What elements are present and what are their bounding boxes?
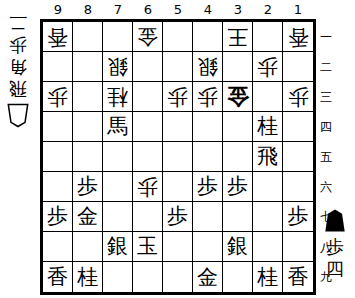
black-shogi-piece-icon: [324, 208, 346, 233]
board-cell-1九: 香: [283, 262, 313, 292]
board-cell-7五: [103, 142, 133, 172]
board-cell-1二: [283, 52, 313, 82]
board-cell-6一: 金: [133, 22, 163, 52]
file-label: 2: [253, 2, 283, 18]
file-label: 4: [193, 2, 223, 18]
board-cell-3八: 銀: [223, 232, 253, 262]
board-cell-3三: 金: [223, 82, 253, 112]
board-cell-9四: [43, 112, 73, 142]
hand-piece-char: 二: [9, 12, 27, 34]
board-cell-7三: 桂: [103, 82, 133, 112]
white-shogi-piece-icon: [7, 103, 29, 128]
shogi-piece-gote: 金: [137, 26, 158, 47]
board-cell-2九: 桂: [253, 262, 283, 292]
shogi-piece-gote: 香: [47, 26, 68, 47]
board-cell-5一: [163, 22, 193, 52]
board-cell-4一: [193, 22, 223, 52]
board-cell-6三: [133, 82, 163, 112]
shogi-diagram: 987654321 香金王香銀銀歩歩桂歩歩金歩馬桂飛歩歩歩歩歩金歩歩銀玉銀香桂金…: [0, 0, 355, 298]
shogi-piece-sente: 歩: [167, 206, 188, 227]
file-label: 1: [283, 2, 313, 18]
board-cell-3二: [223, 52, 253, 82]
board-cell-7七: [103, 202, 133, 232]
board-cell-5七: 歩: [163, 202, 193, 232]
board-cell-4六: 歩: [193, 172, 223, 202]
board-cell-9六: [43, 172, 73, 202]
board-cell-4九: 金: [193, 262, 223, 292]
sente-hand-pieces: 歩四: [326, 236, 344, 280]
board-cell-5四: [163, 112, 193, 142]
board-cell-3一: 王: [223, 22, 253, 52]
board-cell-5二: [163, 52, 193, 82]
board-cell-1六: [283, 172, 313, 202]
board-cell-3九: [223, 262, 253, 292]
board-cell-4七: [193, 202, 223, 232]
board-cell-7六: [103, 172, 133, 202]
shogi-piece-sente: 香: [47, 267, 68, 288]
shogi-piece-sente: 桂: [257, 116, 278, 137]
hand-piece-char: 飛: [9, 78, 27, 100]
board-cell-2二: 歩: [253, 52, 283, 82]
shogi-piece-gote: 銀: [197, 56, 218, 77]
board-cell-1四: [283, 112, 313, 142]
shogi-piece-sente: 金: [197, 267, 218, 288]
file-label: 7: [103, 2, 133, 18]
board-cell-2六: [253, 172, 283, 202]
board-cell-6八: 玉: [133, 232, 163, 262]
board-cell-2五: 飛: [253, 142, 283, 172]
board-cell-3五: [223, 142, 253, 172]
shogi-piece-gote: 香: [288, 26, 309, 47]
shogi-board: 香金王香銀銀歩歩桂歩歩金歩馬桂飛歩歩歩歩歩金歩歩銀玉銀香桂金桂香: [43, 22, 313, 292]
board-cell-5八: [163, 232, 193, 262]
shogi-piece-sente: 飛: [257, 146, 278, 167]
board-cell-8六: 歩: [73, 172, 103, 202]
board-cell-5五: [163, 142, 193, 172]
board-cell-3四: [223, 112, 253, 142]
board-cell-4二: 銀: [193, 52, 223, 82]
file-labels: 987654321: [43, 2, 313, 18]
rank-label: 一: [318, 22, 334, 52]
board-cell-7一: [103, 22, 133, 52]
shogi-piece-sente: 馬: [107, 116, 128, 137]
board-cell-5三: 歩: [163, 82, 193, 112]
shogi-piece-sente: 銀: [227, 236, 248, 257]
board-cell-5九: [163, 262, 193, 292]
board-cell-6四: [133, 112, 163, 142]
hand-piece-char: 角: [9, 56, 27, 78]
board-cell-6二: [133, 52, 163, 82]
board-cell-8五: [73, 142, 103, 172]
hand-piece-char: 歩: [9, 34, 27, 56]
shogi-piece-gote: 歩: [197, 86, 218, 107]
board-cell-9三: 歩: [43, 82, 73, 112]
shogi-piece-sente: 歩: [77, 176, 98, 197]
board-frame: 香金王香銀銀歩歩桂歩歩金歩馬桂飛歩歩歩歩歩金歩歩銀玉銀香桂金桂香: [40, 19, 316, 295]
shogi-piece-sente: 香: [288, 267, 309, 288]
file-label: 6: [133, 2, 163, 18]
hand-piece-char: 歩: [326, 236, 344, 258]
shogi-piece-gote: 歩: [137, 176, 158, 197]
shogi-piece-sente: 玉: [137, 236, 158, 257]
file-label: 5: [163, 2, 193, 18]
board-cell-8二: [73, 52, 103, 82]
rank-label: 三: [318, 82, 334, 112]
board-cell-9八: [43, 232, 73, 262]
gote-piece-stand: 飛角歩二: [5, 12, 31, 130]
board-cell-8一: [73, 22, 103, 52]
board-cell-2四: 桂: [253, 112, 283, 142]
shogi-piece-sente: 金: [77, 206, 98, 227]
shogi-piece-gote: 歩: [47, 86, 68, 107]
board-cell-8七: 金: [73, 202, 103, 232]
shogi-piece-gote: 歩: [257, 56, 278, 77]
board-cell-7二: 銀: [103, 52, 133, 82]
shogi-piece-sente: 歩: [288, 206, 309, 227]
board-cell-1七: 歩: [283, 202, 313, 232]
rank-label: 二: [318, 52, 334, 82]
board-cell-5六: [163, 172, 193, 202]
board-cell-8八: [73, 232, 103, 262]
shogi-piece-sente: 歩: [197, 176, 218, 197]
rank-label: 五: [318, 142, 334, 172]
shogi-piece-gote: 歩: [167, 86, 188, 107]
board-cell-4四: [193, 112, 223, 142]
shogi-piece-sente: 歩: [47, 206, 68, 227]
board-cell-7八: 銀: [103, 232, 133, 262]
board-cell-6九: [133, 262, 163, 292]
board-cell-1一: 香: [283, 22, 313, 52]
board-cell-4五: [193, 142, 223, 172]
hand-piece-char: 四: [326, 258, 344, 280]
shogi-piece-gote: 銀: [107, 56, 128, 77]
shogi-piece-sente: 歩: [227, 176, 248, 197]
board-cell-9二: [43, 52, 73, 82]
shogi-piece-gote: 金: [227, 86, 249, 108]
board-cell-7九: [103, 262, 133, 292]
board-cell-1五: [283, 142, 313, 172]
board-cell-6六: 歩: [133, 172, 163, 202]
board-cell-8四: [73, 112, 103, 142]
board-cell-4八: [193, 232, 223, 262]
board-cell-1三: 歩: [283, 82, 313, 112]
file-label: 8: [73, 2, 103, 18]
gote-hand-pieces: 飛角歩二: [9, 12, 27, 100]
board-cell-9一: 香: [43, 22, 73, 52]
board-cell-6七: [133, 202, 163, 232]
file-label: 3: [223, 2, 253, 18]
board-cell-9五: [43, 142, 73, 172]
shogi-piece-gote: 歩: [288, 86, 309, 107]
board-cell-2三: [253, 82, 283, 112]
board-cell-9七: 歩: [43, 202, 73, 232]
shogi-piece-sente: 銀: [107, 236, 128, 257]
board-cell-7四: 馬: [103, 112, 133, 142]
board-cell-8三: [73, 82, 103, 112]
board-cell-3六: 歩: [223, 172, 253, 202]
file-label: 9: [43, 2, 73, 18]
sente-piece-stand: 歩四: [322, 206, 348, 280]
board-cell-8九: 桂: [73, 262, 103, 292]
shogi-piece-gote: 桂: [107, 86, 128, 107]
shogi-piece-gote: 王: [227, 26, 248, 47]
board-cell-6五: [133, 142, 163, 172]
rank-label: 六: [318, 172, 334, 202]
shogi-piece-sente: 桂: [257, 267, 278, 288]
board-cell-2七: [253, 202, 283, 232]
board-cell-9九: 香: [43, 262, 73, 292]
shogi-piece-sente: 桂: [77, 267, 98, 288]
board-cell-4三: 歩: [193, 82, 223, 112]
board-cell-1八: [283, 232, 313, 262]
board-cell-2八: [253, 232, 283, 262]
rank-label: 四: [318, 112, 334, 142]
board-cell-2一: [253, 22, 283, 52]
board-cell-3七: [223, 202, 253, 232]
